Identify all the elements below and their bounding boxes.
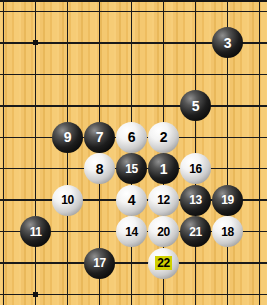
stone-w12[interactable]: 12 [148, 185, 179, 216]
move-number: 4 [128, 193, 135, 207]
move-number: 10 [61, 194, 73, 206]
stone-w14[interactable]: 14 [116, 216, 147, 247]
stone-b5[interactable]: 5 [180, 90, 211, 121]
stone-b21[interactable]: 21 [180, 216, 211, 247]
stone-b7[interactable]: 7 [84, 122, 115, 153]
stone-w2[interactable]: 2 [148, 122, 179, 153]
move-number: 9 [64, 130, 71, 144]
stone-w22[interactable]: 22 [148, 248, 179, 279]
grid-line-horizontal [0, 294, 267, 296]
stone-w18[interactable]: 18 [212, 216, 243, 247]
stone-b9[interactable]: 9 [52, 122, 83, 153]
stone-b15[interactable]: 15 [116, 153, 147, 184]
grid-line-vertical [3, 0, 5, 305]
stone-b11[interactable]: 11 [20, 216, 51, 247]
move-number: 7 [96, 130, 103, 144]
grid-line-horizontal [0, 11, 267, 13]
grid-line-horizontal [0, 74, 267, 76]
move-number: 3 [224, 36, 231, 50]
move-number: 14 [125, 226, 137, 238]
stone-w16[interactable]: 16 [180, 153, 211, 184]
grid-line-vertical [35, 0, 37, 305]
stone-w20[interactable]: 20 [148, 216, 179, 247]
stone-w8[interactable]: 8 [84, 153, 115, 184]
move-number: 8 [96, 162, 103, 176]
star-point [33, 292, 38, 297]
go-board[interactable]: 35976281511610412131911142021181722 [0, 0, 267, 305]
stone-b19[interactable]: 19 [212, 185, 243, 216]
move-number: 2 [160, 130, 167, 144]
move-number: 1 [160, 162, 167, 176]
stone-b13[interactable]: 13 [180, 185, 211, 216]
move-number: 19 [221, 194, 233, 206]
move-number: 18 [221, 226, 233, 238]
star-point [33, 40, 38, 45]
move-number: 16 [189, 163, 201, 175]
move-number: 11 [30, 226, 42, 238]
grid-line-horizontal [0, 105, 267, 107]
move-number: 15 [125, 163, 137, 175]
move-number: 5 [192, 99, 199, 113]
stone-w4[interactable]: 4 [116, 185, 147, 216]
move-number: 13 [189, 194, 201, 206]
move-number: 17 [93, 257, 105, 269]
grid-line-horizontal [0, 262, 267, 264]
stone-b3[interactable]: 3 [212, 27, 243, 58]
move-number: 6 [128, 130, 135, 144]
stone-w10[interactable]: 10 [52, 185, 83, 216]
move-number: 22 [155, 256, 171, 270]
stone-b1[interactable]: 1 [148, 153, 179, 184]
move-number: 21 [189, 226, 201, 238]
grid-line-vertical [259, 0, 261, 305]
move-number: 20 [157, 226, 169, 238]
move-number: 12 [157, 194, 169, 206]
stone-b17[interactable]: 17 [84, 248, 115, 279]
stone-w6[interactable]: 6 [116, 122, 147, 153]
